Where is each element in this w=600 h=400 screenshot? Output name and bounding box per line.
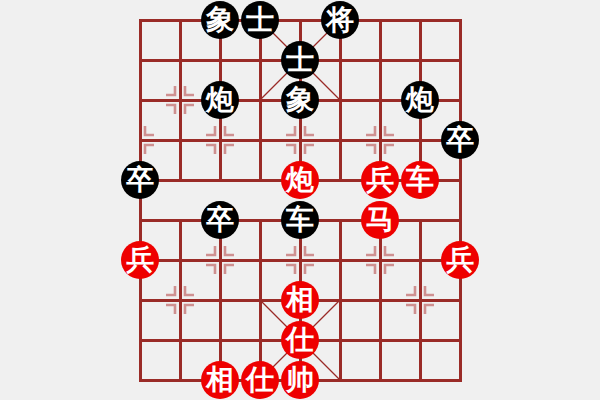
piece-black-chariot[interactable]: 车 bbox=[281, 201, 319, 239]
piece-red-chariot[interactable]: 车 bbox=[401, 161, 439, 199]
piece-red-soldier[interactable]: 兵 bbox=[441, 241, 479, 279]
piece-black-advisor[interactable]: 士 bbox=[241, 1, 279, 39]
piece-red-elephant[interactable]: 相 bbox=[281, 281, 319, 319]
piece-red-elephant[interactable]: 相 bbox=[201, 361, 239, 399]
piece-black-advisor[interactable]: 士 bbox=[281, 41, 319, 79]
piece-red-advisor[interactable]: 仕 bbox=[241, 361, 279, 399]
xiangqi-board[interactable]: 象士将士炮象炮卒卒炮兵车卒车马兵兵相仕相仕帅 bbox=[0, 0, 600, 400]
piece-red-soldier[interactable]: 兵 bbox=[361, 161, 399, 199]
piece-red-horse[interactable]: 马 bbox=[361, 201, 399, 239]
piece-black-soldier[interactable]: 卒 bbox=[121, 161, 159, 199]
piece-red-cannon[interactable]: 炮 bbox=[281, 161, 319, 199]
piece-black-general[interactable]: 将 bbox=[321, 1, 359, 39]
piece-black-soldier[interactable]: 卒 bbox=[441, 121, 479, 159]
piece-red-soldier[interactable]: 兵 bbox=[121, 241, 159, 279]
piece-black-elephant[interactable]: 象 bbox=[201, 1, 239, 39]
piece-red-advisor[interactable]: 仕 bbox=[281, 321, 319, 359]
piece-black-elephant[interactable]: 象 bbox=[281, 81, 319, 119]
piece-red-general[interactable]: 帅 bbox=[281, 361, 319, 399]
pieces-layer: 象士将士炮象炮卒卒炮兵车卒车马兵兵相仕相仕帅 bbox=[120, 0, 480, 400]
piece-black-cannon[interactable]: 炮 bbox=[401, 81, 439, 119]
piece-black-cannon[interactable]: 炮 bbox=[201, 81, 239, 119]
piece-black-soldier[interactable]: 卒 bbox=[201, 201, 239, 239]
